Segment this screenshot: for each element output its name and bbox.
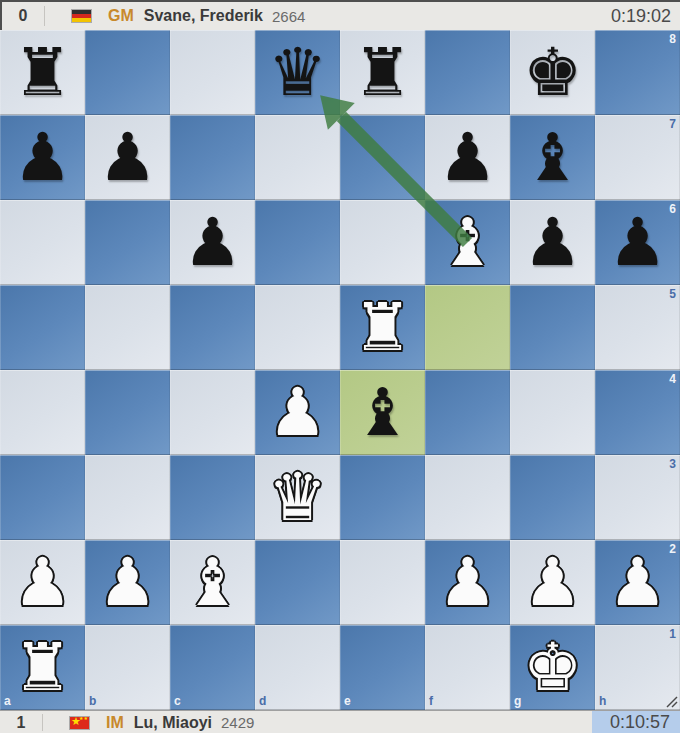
player-name-black: Svane, Frederik [144, 7, 263, 25]
square-b7[interactable]: ♟ [85, 115, 170, 200]
square-a3[interactable] [0, 455, 85, 540]
piece-white-pawn-h2[interactable]: ♟ [595, 540, 680, 625]
square-d3[interactable]: ♛ [255, 455, 340, 540]
broadcast-board-panel: 0 GM Svane, Frederik 2664 0:19:02 ♜♛♜♚8♟… [0, 0, 680, 733]
square-g2[interactable]: ♟ [510, 540, 595, 625]
rank-label-3: 3 [669, 458, 676, 470]
piece-white-pawn-b2[interactable]: ♟ [85, 540, 170, 625]
piece-black-pawn-a7[interactable]: ♟ [0, 115, 85, 200]
resize-handle[interactable] [664, 694, 678, 708]
square-e2[interactable] [340, 540, 425, 625]
square-g4[interactable] [510, 370, 595, 455]
square-b2[interactable]: ♟ [85, 540, 170, 625]
square-e8[interactable]: ♜ [340, 30, 425, 115]
player-bar-black[interactable]: 0 GM Svane, Frederik 2664 0:19:02 [0, 2, 680, 30]
square-a8[interactable]: ♜ [0, 30, 85, 115]
square-e4[interactable]: ♝ [340, 370, 425, 455]
square-f8[interactable] [425, 30, 510, 115]
square-h8[interactable]: 8 [595, 30, 680, 115]
square-c7[interactable] [170, 115, 255, 200]
player-rating-black: 2664 [272, 8, 305, 25]
player-title-white: IM [106, 714, 124, 732]
square-f4[interactable] [425, 370, 510, 455]
piece-white-rook-e5[interactable]: ♜ [340, 285, 425, 370]
square-d4[interactable]: ♟ [255, 370, 340, 455]
rank-label-1: 1 [669, 628, 676, 640]
piece-white-king-g1[interactable]: ♚ [510, 625, 595, 710]
square-f6[interactable]: ♝ [425, 200, 510, 285]
file-label-b: b [89, 695, 96, 707]
piece-white-bishop-c2[interactable]: ♝ [170, 540, 255, 625]
square-d8[interactable]: ♛ [255, 30, 340, 115]
square-c5[interactable] [170, 285, 255, 370]
rank-label-5: 5 [669, 288, 676, 300]
clock-white: 0:10:57 [592, 711, 680, 733]
square-f5[interactable] [425, 285, 510, 370]
rank-label-7: 7 [669, 118, 676, 130]
square-a6[interactable] [0, 200, 85, 285]
square-a2[interactable]: ♟ [0, 540, 85, 625]
player-rating-white: 2429 [221, 714, 254, 731]
piece-black-bishop-g7[interactable]: ♝ [510, 115, 595, 200]
match-score-black: 0 [2, 7, 44, 25]
square-f3[interactable] [425, 455, 510, 540]
piece-white-rook-a1[interactable]: ♜ [0, 625, 85, 710]
square-a7[interactable]: ♟ [0, 115, 85, 200]
square-c4[interactable] [170, 370, 255, 455]
square-b3[interactable] [85, 455, 170, 540]
piece-white-queen-d3[interactable]: ♛ [255, 455, 340, 540]
square-c3[interactable] [170, 455, 255, 540]
piece-black-pawn-g6[interactable]: ♟ [510, 200, 595, 285]
square-h5[interactable]: 5 [595, 285, 680, 370]
square-d6[interactable] [255, 200, 340, 285]
rank-label-6: 6 [669, 203, 676, 215]
square-d7[interactable] [255, 115, 340, 200]
clock-black: 0:19:02 [602, 6, 680, 27]
file-label-e: e [344, 695, 351, 707]
file-label-h: h [599, 695, 606, 707]
player-name-white: Lu, Miaoyi [134, 714, 212, 732]
square-h6[interactable]: ♟6 [595, 200, 680, 285]
piece-white-pawn-f2[interactable]: ♟ [425, 540, 510, 625]
square-h7[interactable]: 7 [595, 115, 680, 200]
file-label-c: c [174, 695, 181, 707]
player-title-black: GM [108, 7, 134, 25]
square-g3[interactable] [510, 455, 595, 540]
file-label-f: f [429, 695, 433, 707]
square-a1[interactable]: ♜a [0, 625, 85, 710]
square-b1[interactable]: b [85, 625, 170, 710]
bar-separator [42, 714, 43, 730]
square-e3[interactable] [340, 455, 425, 540]
chess-board-container: ♜♛♜♚8♟♟♟♝7♟♝♟♟6♜5♟♝4♛3♟♟♝♟♟♟2♜abcdef♚g1h [0, 30, 680, 710]
piece-black-queen-d8[interactable]: ♛ [255, 30, 340, 115]
square-d5[interactable] [255, 285, 340, 370]
square-f7[interactable]: ♟ [425, 115, 510, 200]
piece-black-rook-a8[interactable]: ♜ [0, 30, 85, 115]
square-b5[interactable] [85, 285, 170, 370]
china-flag-icon: ★★★ [69, 716, 90, 730]
piece-black-bishop-e4[interactable]: ♝ [340, 370, 425, 455]
square-e5[interactable]: ♜ [340, 285, 425, 370]
piece-white-pawn-d4[interactable]: ♟ [255, 370, 340, 455]
square-h4[interactable]: 4 [595, 370, 680, 455]
piece-black-pawn-b7[interactable]: ♟ [85, 115, 170, 200]
square-f2[interactable]: ♟ [425, 540, 510, 625]
square-g6[interactable]: ♟ [510, 200, 595, 285]
piece-black-pawn-c6[interactable]: ♟ [170, 200, 255, 285]
rank-label-2: 2 [669, 543, 676, 555]
square-d1[interactable]: d [255, 625, 340, 710]
rank-label-4: 4 [669, 373, 676, 385]
piece-black-pawn-h6[interactable]: ♟ [595, 200, 680, 285]
match-score-white: 1 [0, 714, 42, 732]
square-g8[interactable]: ♚ [510, 30, 595, 115]
square-a4[interactable] [0, 370, 85, 455]
germany-flag-icon [71, 9, 92, 23]
rank-label-8: 8 [669, 33, 676, 45]
square-f1[interactable]: f [425, 625, 510, 710]
piece-black-rook-e8[interactable]: ♜ [340, 30, 425, 115]
square-c1[interactable]: c [170, 625, 255, 710]
piece-white-pawn-g2[interactable]: ♟ [510, 540, 595, 625]
file-label-d: d [259, 695, 266, 707]
bar-separator [44, 6, 45, 26]
piece-black-king-g8[interactable]: ♚ [510, 30, 595, 115]
file-label-a: a [4, 695, 11, 707]
square-c8[interactable] [170, 30, 255, 115]
square-b4[interactable] [85, 370, 170, 455]
square-c2[interactable]: ♝ [170, 540, 255, 625]
square-c6[interactable]: ♟ [170, 200, 255, 285]
square-b8[interactable] [85, 30, 170, 115]
square-h3[interactable]: 3 [595, 455, 680, 540]
piece-black-pawn-f7[interactable]: ♟ [425, 115, 510, 200]
file-label-g: g [514, 695, 521, 707]
square-a5[interactable] [0, 285, 85, 370]
piece-white-bishop-f6[interactable]: ♝ [425, 200, 510, 285]
square-g7[interactable]: ♝ [510, 115, 595, 200]
square-d2[interactable] [255, 540, 340, 625]
piece-white-pawn-a2[interactable]: ♟ [0, 540, 85, 625]
square-h2[interactable]: ♟2 [595, 540, 680, 625]
square-g1[interactable]: ♚g [510, 625, 595, 710]
chess-board: ♜♛♜♚8♟♟♟♝7♟♝♟♟6♜5♟♝4♛3♟♟♝♟♟♟2♜abcdef♚g1h [0, 30, 680, 710]
square-g5[interactable] [510, 285, 595, 370]
square-e7[interactable] [340, 115, 425, 200]
square-b6[interactable] [85, 200, 170, 285]
player-bar-white[interactable]: 1 ★★★ IM Lu, Miaoyi 2429 0:10:57 [0, 710, 680, 733]
square-e6[interactable] [340, 200, 425, 285]
square-e1[interactable]: e [340, 625, 425, 710]
